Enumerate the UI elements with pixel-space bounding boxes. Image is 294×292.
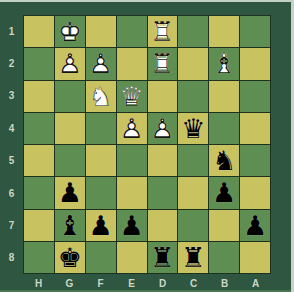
file-label-f: F bbox=[85, 274, 116, 292]
square-a4[interactable] bbox=[240, 113, 270, 144]
square-a1[interactable] bbox=[240, 16, 270, 47]
square-e3[interactable] bbox=[117, 81, 147, 112]
rank-label-3: 3 bbox=[0, 80, 23, 112]
file-label-d: D bbox=[147, 274, 178, 292]
square-e8[interactable] bbox=[117, 242, 147, 273]
square-h2[interactable] bbox=[24, 48, 54, 79]
square-c2[interactable] bbox=[178, 48, 208, 79]
square-b2[interactable] bbox=[209, 48, 239, 79]
square-b5[interactable] bbox=[209, 145, 239, 176]
square-f7[interactable] bbox=[86, 210, 116, 241]
square-h8[interactable] bbox=[24, 242, 54, 273]
white-rook-icon bbox=[148, 48, 178, 79]
rank-label-5: 5 bbox=[0, 145, 23, 177]
square-b7[interactable] bbox=[209, 210, 239, 241]
square-h7[interactable] bbox=[24, 210, 54, 241]
rank-label-4: 4 bbox=[0, 112, 23, 144]
square-g3[interactable] bbox=[55, 81, 85, 112]
square-d2[interactable] bbox=[148, 48, 178, 79]
white-pawn-icon bbox=[55, 48, 85, 79]
square-g5[interactable] bbox=[55, 145, 85, 176]
square-a6[interactable] bbox=[240, 177, 270, 208]
white-king-icon bbox=[55, 16, 85, 47]
chess-board-panel: 12345678 HGFEDCBA bbox=[0, 0, 294, 292]
square-f5[interactable] bbox=[86, 145, 116, 176]
square-h4[interactable] bbox=[24, 113, 54, 144]
white-rook-icon bbox=[148, 16, 178, 47]
square-g2[interactable] bbox=[55, 48, 85, 79]
black-pawn-icon bbox=[55, 177, 85, 208]
white-pawn-icon bbox=[117, 113, 147, 144]
black-rook-icon bbox=[148, 242, 178, 273]
black-king-icon bbox=[55, 242, 85, 273]
black-rook-icon bbox=[178, 242, 208, 273]
square-f8[interactable] bbox=[86, 242, 116, 273]
square-g6[interactable] bbox=[55, 177, 85, 208]
square-f6[interactable] bbox=[86, 177, 116, 208]
black-bishop-icon bbox=[55, 210, 85, 241]
file-gutter: HGFEDCBA bbox=[23, 274, 271, 292]
square-c6[interactable] bbox=[178, 177, 208, 208]
square-h5[interactable] bbox=[24, 145, 54, 176]
square-e5[interactable] bbox=[117, 145, 147, 176]
square-d8[interactable] bbox=[148, 242, 178, 273]
square-d4[interactable] bbox=[148, 113, 178, 144]
square-a7[interactable] bbox=[240, 210, 270, 241]
rank-gutter: 12345678 bbox=[0, 15, 23, 274]
rank-label-7: 7 bbox=[0, 209, 23, 241]
black-queen-icon bbox=[178, 113, 208, 144]
square-b6[interactable] bbox=[209, 177, 239, 208]
square-g7[interactable] bbox=[55, 210, 85, 241]
file-label-c: C bbox=[178, 274, 209, 292]
rank-label-6: 6 bbox=[0, 177, 23, 209]
square-b8[interactable] bbox=[209, 242, 239, 273]
rank-label-2: 2 bbox=[0, 47, 23, 79]
black-pawn-icon bbox=[240, 210, 270, 241]
square-d1[interactable] bbox=[148, 16, 178, 47]
square-h3[interactable] bbox=[24, 81, 54, 112]
file-label-h: H bbox=[23, 274, 54, 292]
square-e7[interactable] bbox=[117, 210, 147, 241]
black-knight-icon bbox=[209, 145, 239, 176]
edge-highlight-top bbox=[0, 0, 294, 2]
square-a3[interactable] bbox=[240, 81, 270, 112]
square-g4[interactable] bbox=[55, 113, 85, 144]
square-f4[interactable] bbox=[86, 113, 116, 144]
file-label-b: B bbox=[209, 274, 240, 292]
square-c5[interactable] bbox=[178, 145, 208, 176]
white-queen-icon bbox=[117, 81, 147, 112]
square-e2[interactable] bbox=[117, 48, 147, 79]
square-h1[interactable] bbox=[24, 16, 54, 47]
rank-label-1: 1 bbox=[0, 15, 23, 47]
white-pawn-icon bbox=[148, 113, 178, 144]
edge-highlight-right bbox=[291, 0, 294, 292]
square-a2[interactable] bbox=[240, 48, 270, 79]
square-e4[interactable] bbox=[117, 113, 147, 144]
square-a8[interactable] bbox=[240, 242, 270, 273]
square-d3[interactable] bbox=[148, 81, 178, 112]
square-c3[interactable] bbox=[178, 81, 208, 112]
square-g8[interactable] bbox=[55, 242, 85, 273]
white-knight-icon bbox=[86, 81, 116, 112]
file-label-g: G bbox=[54, 274, 85, 292]
file-label-a: A bbox=[240, 274, 271, 292]
square-b4[interactable] bbox=[209, 113, 239, 144]
square-d7[interactable] bbox=[148, 210, 178, 241]
square-c7[interactable] bbox=[178, 210, 208, 241]
square-f2[interactable] bbox=[86, 48, 116, 79]
square-e1[interactable] bbox=[117, 16, 147, 47]
square-b1[interactable] bbox=[209, 16, 239, 47]
square-d5[interactable] bbox=[148, 145, 178, 176]
square-c4[interactable] bbox=[178, 113, 208, 144]
square-g1[interactable] bbox=[55, 16, 85, 47]
square-c8[interactable] bbox=[178, 242, 208, 273]
file-label-e: E bbox=[116, 274, 147, 292]
chess-board bbox=[23, 15, 271, 274]
square-f3[interactable] bbox=[86, 81, 116, 112]
square-a5[interactable] bbox=[240, 145, 270, 176]
black-pawn-icon bbox=[209, 177, 239, 208]
black-pawn-icon bbox=[86, 210, 116, 241]
white-bishop-icon bbox=[209, 48, 239, 79]
white-pawn-icon bbox=[86, 48, 116, 79]
square-b3[interactable] bbox=[209, 81, 239, 112]
square-f1[interactable] bbox=[86, 16, 116, 47]
square-e6[interactable] bbox=[117, 177, 147, 208]
square-d6[interactable] bbox=[148, 177, 178, 208]
rank-label-8: 8 bbox=[0, 242, 23, 274]
black-pawn-icon bbox=[117, 210, 147, 241]
square-c1[interactable] bbox=[178, 16, 208, 47]
square-h6[interactable] bbox=[24, 177, 54, 208]
